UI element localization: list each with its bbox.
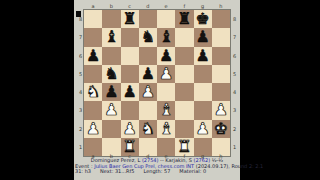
game-caption: Dominguez Perez, L (2754) -- Karjakin, S… — [75, 158, 239, 175]
file-label-b: b — [102, 3, 120, 9]
rank-label-4: 4 — [78, 83, 83, 101]
chess-gui-panel: abcdefgh 87654321 ♜♜♚♝♞♝♟♟♟♟♞♟♟♞♟♟♟♟♝♟♟♟… — [74, 0, 240, 180]
black-pawn-icon: ♟ — [104, 83, 118, 101]
file-label-c: c — [121, 3, 139, 9]
square-e5[interactable]: ♟ — [157, 65, 175, 83]
square-a8[interactable] — [84, 10, 102, 28]
rank-label-2: 2 — [232, 120, 237, 138]
square-b8[interactable] — [102, 10, 120, 28]
black-bishop-icon: ♝ — [159, 28, 173, 46]
square-c7[interactable] — [121, 28, 139, 46]
file-label-d: d — [139, 3, 157, 9]
square-b3[interactable]: ♟ — [102, 101, 120, 119]
square-g7[interactable]: ♟ — [194, 28, 212, 46]
black-knight-icon: ♞ — [104, 65, 118, 83]
black-pawn-icon: ♟ — [86, 47, 100, 65]
square-e7[interactable]: ♝ — [157, 28, 175, 46]
white-knight-icon: ♞ — [86, 83, 100, 101]
square-f2[interactable] — [175, 120, 193, 138]
square-b2[interactable] — [102, 120, 120, 138]
rank-label-7: 7 — [232, 28, 237, 46]
rank-label-5: 5 — [232, 65, 237, 83]
rank-label-6: 6 — [78, 47, 83, 65]
white-pawn-icon: ♟ — [214, 101, 228, 119]
black-pawn-icon: ♟ — [195, 47, 209, 65]
square-f7[interactable] — [175, 28, 193, 46]
square-h8[interactable] — [212, 10, 230, 28]
next-move: Next: 31...Rf5 — [100, 169, 134, 175]
square-h6[interactable] — [212, 47, 230, 65]
square-c5[interactable] — [121, 65, 139, 83]
file-label-e: e — [157, 3, 175, 9]
rank-label-2: 2 — [78, 120, 83, 138]
square-a2[interactable]: ♟ — [84, 120, 102, 138]
square-g5[interactable] — [194, 65, 212, 83]
square-b4[interactable]: ♟ — [102, 83, 120, 101]
square-e6[interactable]: ♟ — [157, 47, 175, 65]
white-bishop-icon: ♝ — [159, 101, 173, 119]
file-label-a: a — [84, 3, 102, 9]
square-e8[interactable] — [157, 10, 175, 28]
square-f4[interactable] — [175, 83, 193, 101]
file-labels-top: abcdefgh — [84, 3, 230, 9]
rank-labels-left: 87654321 — [78, 10, 83, 156]
black-knight-icon: ♞ — [141, 28, 155, 46]
square-h5[interactable] — [212, 65, 230, 83]
file-label-h: h — [212, 3, 230, 9]
file-label-g: g — [194, 3, 212, 9]
white-pawn-icon: ♟ — [86, 120, 100, 138]
square-f3[interactable] — [175, 101, 193, 119]
square-a7[interactable] — [84, 28, 102, 46]
black-pawn-icon: ♟ — [141, 65, 155, 83]
square-h4[interactable] — [212, 83, 230, 101]
rank-label-6: 6 — [232, 47, 237, 65]
white-knight-icon: ♞ — [141, 120, 155, 138]
white-pawn-icon: ♟ — [104, 101, 118, 119]
square-g3[interactable] — [194, 101, 212, 119]
square-a5[interactable] — [84, 65, 102, 83]
rank-label-4: 4 — [232, 83, 237, 101]
square-c8[interactable]: ♜ — [121, 10, 139, 28]
square-h7[interactable] — [212, 28, 230, 46]
square-g4[interactable] — [194, 83, 212, 101]
square-d4[interactable]: ♟ — [139, 83, 157, 101]
rank-labels-right: 87654321 — [232, 10, 237, 156]
square-d6[interactable] — [139, 47, 157, 65]
square-d2[interactable]: ♞ — [139, 120, 157, 138]
white-pawn-icon: ♟ — [122, 120, 136, 138]
square-c3[interactable] — [121, 101, 139, 119]
rank-label-8: 8 — [78, 10, 83, 28]
status-line: 31: h3 Next: 31...Rf5 Length: 57 Materia… — [75, 169, 239, 175]
square-f5[interactable] — [175, 65, 193, 83]
current-move: 31: h3 — [75, 169, 91, 175]
square-g6[interactable]: ♟ — [194, 47, 212, 65]
black-king-icon: ♚ — [195, 10, 209, 28]
square-b5[interactable]: ♞ — [102, 65, 120, 83]
black-bishop-icon: ♝ — [104, 28, 118, 46]
square-h3[interactable]: ♟ — [212, 101, 230, 119]
black-pawn-icon: ♟ — [122, 83, 136, 101]
square-g2[interactable]: ♟ — [194, 120, 212, 138]
square-d7[interactable]: ♞ — [139, 28, 157, 46]
rank-label-1: 1 — [232, 138, 237, 156]
rank-label-1: 1 — [78, 138, 83, 156]
square-a4[interactable]: ♞ — [84, 83, 102, 101]
black-rook-icon: ♜ — [177, 10, 191, 28]
white-pawn-icon: ♟ — [195, 120, 209, 138]
square-a6[interactable]: ♟ — [84, 47, 102, 65]
file-label-f: f — [175, 3, 193, 9]
square-b7[interactable]: ♝ — [102, 28, 120, 46]
square-d3[interactable] — [139, 101, 157, 119]
square-a3[interactable] — [84, 101, 102, 119]
rank-label-5: 5 — [78, 65, 83, 83]
white-king-icon: ♚ — [214, 120, 228, 138]
square-f8[interactable]: ♜ — [175, 10, 193, 28]
square-d5[interactable]: ♟ — [139, 65, 157, 83]
square-c2[interactable]: ♟ — [121, 120, 139, 138]
rank-label-3: 3 — [232, 101, 237, 119]
square-b6[interactable] — [102, 47, 120, 65]
square-g8[interactable]: ♚ — [194, 10, 212, 28]
board: ♜♜♚♝♞♝♟♟♟♟♞♟♟♞♟♟♟♟♝♟♟♟♞♝♟♚♜♜ — [84, 10, 230, 156]
rank-label-8: 8 — [232, 10, 237, 28]
square-d8[interactable] — [139, 10, 157, 28]
square-e4[interactable] — [157, 83, 175, 101]
game-length: Length: 57 — [143, 169, 170, 175]
square-e2[interactable]: ♝ — [157, 120, 175, 138]
white-bishop-icon: ♝ — [159, 120, 173, 138]
black-rook-icon: ♜ — [122, 10, 136, 28]
square-h2[interactable]: ♚ — [212, 120, 230, 138]
white-pawn-icon: ♟ — [159, 65, 173, 83]
square-f6[interactable] — [175, 47, 193, 65]
black-pawn-icon: ♟ — [195, 28, 209, 46]
rank-label-3: 3 — [78, 101, 83, 119]
square-e3[interactable]: ♝ — [157, 101, 175, 119]
black-pawn-icon: ♟ — [159, 47, 173, 65]
white-pawn-icon: ♟ — [141, 83, 155, 101]
rank-label-7: 7 — [78, 28, 83, 46]
square-c6[interactable] — [121, 47, 139, 65]
square-c4[interactable]: ♟ — [121, 83, 139, 101]
material-balance: Material: 0 — [179, 169, 206, 175]
